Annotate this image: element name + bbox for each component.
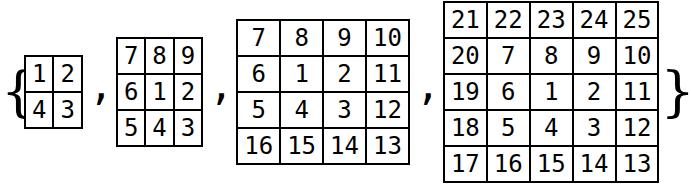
grid-cell-r2c1: 4 — [25, 92, 53, 128]
grid-cell-r2c1: 20 — [444, 38, 487, 74]
grid-cell-r2c3: 8 — [530, 38, 573, 74]
grid-cell-r5c2: 16 — [487, 146, 530, 182]
grid-cell-r4c5: 12 — [616, 110, 659, 146]
grid-cell-r3c2: 6 — [487, 74, 530, 110]
grid-cell-r4c1: 18 — [444, 110, 487, 146]
grid-cell-r1c4: 24 — [573, 2, 616, 38]
grid-row: 2078910 — [444, 38, 659, 74]
list-separator: , — [89, 65, 101, 105]
grid-cell-r3c3: 1 — [530, 74, 573, 110]
grid-cell-r2c3: 2 — [323, 56, 366, 92]
grid-cell-r3c2: 4 — [145, 110, 173, 146]
grid-cell-r2c3: 2 — [174, 74, 202, 110]
grid-row: 789 — [117, 38, 202, 74]
grid-cell-r5c3: 15 — [530, 146, 573, 182]
open-brace: { — [1, 65, 19, 119]
grid-cell-r1c4: 10 — [366, 20, 409, 56]
grid-cell-r4c2: 5 — [487, 110, 530, 146]
grid-cell-r2c2: 3 — [53, 92, 81, 128]
grid-cell-r3c1: 19 — [444, 74, 487, 110]
grid-cell-r1c5: 25 — [616, 2, 659, 38]
grid-cell-r2c2: 1 — [145, 74, 173, 110]
grid-cell-r1c1: 1 — [25, 56, 53, 92]
matrix-list-expression: { 1243 , 789612543 , 7891061211543121615… — [0, 0, 691, 184]
grid-cell-r2c1: 6 — [117, 74, 145, 110]
grid-row: 1961211 — [444, 74, 659, 110]
grid-cell-r3c3: 3 — [174, 110, 202, 146]
grid-row: 61211 — [237, 56, 409, 92]
spiral-grid-3x3: 789612543 — [116, 37, 203, 147]
grid-cell-r2c4: 11 — [366, 56, 409, 92]
grid-cell-r2c2: 1 — [280, 56, 323, 92]
grid-row: 2122232425 — [444, 2, 659, 38]
spiral-grid-5x5: 2122232425207891019612111854312171615141… — [443, 1, 660, 183]
list-separator: , — [416, 65, 428, 105]
grid-row: 543 — [117, 110, 202, 146]
grid-row: 43 — [25, 92, 82, 128]
grid-cell-r5c1: 17 — [444, 146, 487, 182]
grid-row: 16151413 — [237, 128, 409, 164]
grid-cell-r4c3: 14 — [323, 128, 366, 164]
grid-cell-r1c1: 21 — [444, 2, 487, 38]
grid-cell-r4c4: 3 — [573, 110, 616, 146]
grid-cell-r2c2: 7 — [487, 38, 530, 74]
grid-row: 1716151413 — [444, 146, 659, 182]
grid-cell-r1c3: 9 — [323, 20, 366, 56]
grid-cell-r2c4: 9 — [573, 38, 616, 74]
grid-cell-r3c1: 5 — [237, 92, 280, 128]
grid-cell-r1c2: 8 — [145, 38, 173, 74]
grid-cell-r1c3: 23 — [530, 2, 573, 38]
grid-cell-r3c4: 2 — [573, 74, 616, 110]
grid-cell-r3c5: 11 — [616, 74, 659, 110]
grid-row: 78910 — [237, 20, 409, 56]
grid-cell-r4c2: 15 — [280, 128, 323, 164]
grid-row: 12 — [25, 56, 82, 92]
grid-cell-r2c5: 10 — [616, 38, 659, 74]
grid-row: 54312 — [237, 92, 409, 128]
grid-cell-r3c2: 4 — [280, 92, 323, 128]
grid-cell-r5c4: 14 — [573, 146, 616, 182]
grid-cell-r1c2: 22 — [487, 2, 530, 38]
grid-row: 612 — [117, 74, 202, 110]
grid-cell-r4c4: 13 — [366, 128, 409, 164]
grid-cell-r3c4: 12 — [366, 92, 409, 128]
grid-row: 1854312 — [444, 110, 659, 146]
grid-cell-r1c2: 2 — [53, 56, 81, 92]
grid-cell-r3c3: 3 — [323, 92, 366, 128]
grid-cell-r3c1: 5 — [117, 110, 145, 146]
close-brace: } — [660, 65, 678, 119]
grid-cell-r1c3: 9 — [174, 38, 202, 74]
list-separator: , — [209, 65, 221, 105]
grid-cell-r2c1: 6 — [237, 56, 280, 92]
grid-cell-r4c3: 4 — [530, 110, 573, 146]
grid-cell-r5c5: 13 — [616, 146, 659, 182]
grid-cell-r4c1: 16 — [237, 128, 280, 164]
spiral-grid-4x4: 78910612115431216151413 — [236, 19, 410, 165]
grid-cell-r1c1: 7 — [117, 38, 145, 74]
grid-cell-r1c1: 7 — [237, 20, 280, 56]
spiral-grid-2x2: 1243 — [24, 55, 83, 129]
grid-cell-r1c2: 8 — [280, 20, 323, 56]
